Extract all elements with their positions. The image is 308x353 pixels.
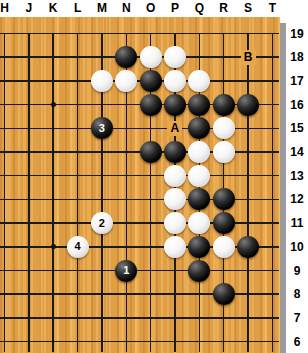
stone-white-P18[interactable] xyxy=(164,46,186,68)
point-label-A-P15: A xyxy=(167,121,182,136)
stone-white-Q11[interactable] xyxy=(188,212,210,234)
go-board[interactable]: 3241AB xyxy=(0,17,280,353)
row-label-16: 16 xyxy=(286,98,308,112)
row-label-15: 15 xyxy=(286,121,308,135)
row-label-7: 7 xyxy=(286,311,308,325)
column-label-P: P xyxy=(163,1,187,16)
point-label-B-S18: B xyxy=(241,50,256,65)
column-label-N: N xyxy=(114,1,138,16)
column-label-S: S xyxy=(236,1,260,16)
grid-line-row-9 xyxy=(0,270,279,272)
stone-black-O17[interactable] xyxy=(140,70,162,92)
grid-line-row-7 xyxy=(0,317,279,319)
row-label-8: 8 xyxy=(286,287,308,301)
stone-white-P11[interactable] xyxy=(164,212,186,234)
stone-black-R12[interactable] xyxy=(213,188,235,210)
stone-black-Q9[interactable] xyxy=(188,260,210,282)
grid-line-row-8 xyxy=(0,293,279,295)
grid-line-row-11 xyxy=(0,222,279,224)
stone-white-Q13[interactable] xyxy=(188,165,210,187)
stone-white-M17[interactable] xyxy=(91,70,113,92)
stone-white-O18[interactable] xyxy=(140,46,162,68)
stone-black-O14[interactable] xyxy=(140,141,162,163)
grid-line-row-19 xyxy=(0,33,279,35)
stone-black-Q10[interactable] xyxy=(188,236,210,258)
row-label-13: 13 xyxy=(286,169,308,183)
column-labels: HJKLMNOPQRST xyxy=(0,0,308,17)
column-label-J: J xyxy=(17,1,41,16)
grid-line-row-15 xyxy=(0,128,279,130)
column-label-O: O xyxy=(139,1,163,16)
stone-black-Q16[interactable] xyxy=(188,94,210,116)
stone-black-R8[interactable] xyxy=(213,283,235,305)
stone-white-Q17[interactable] xyxy=(188,70,210,92)
row-label-14: 14 xyxy=(286,145,308,159)
stone-black-Q12[interactable] xyxy=(188,188,210,210)
column-label-T: T xyxy=(260,1,284,16)
stone-black-S16[interactable] xyxy=(237,94,259,116)
row-label-17: 17 xyxy=(286,74,308,88)
stone-black-O16[interactable] xyxy=(140,94,162,116)
stone-black-N18[interactable] xyxy=(115,46,137,68)
stone-white-R10[interactable] xyxy=(213,236,235,258)
grid-line-row-13 xyxy=(0,175,279,177)
stone-white-P13[interactable] xyxy=(164,165,186,187)
row-labels: 191817161514131211109876 xyxy=(286,0,308,353)
stone-black-N9[interactable]: 1 xyxy=(115,260,137,282)
column-label-H: H xyxy=(0,1,17,16)
stone-white-P12[interactable] xyxy=(164,188,186,210)
row-label-18: 18 xyxy=(286,50,308,64)
column-label-K: K xyxy=(41,1,65,16)
stone-black-P16[interactable] xyxy=(164,94,186,116)
stone-white-R14[interactable] xyxy=(213,141,235,163)
stone-white-N17[interactable] xyxy=(115,70,137,92)
row-label-6: 6 xyxy=(286,335,308,349)
column-label-L: L xyxy=(66,1,90,16)
column-label-Q: Q xyxy=(187,1,211,16)
grid-line-row-6 xyxy=(0,341,279,343)
stone-white-R15[interactable] xyxy=(213,117,235,139)
row-label-10: 10 xyxy=(286,240,308,254)
row-label-11: 11 xyxy=(286,216,308,230)
column-label-M: M xyxy=(90,1,114,16)
stone-white-P10[interactable] xyxy=(164,236,186,258)
go-diagram: 3241AB HJKLMNOPQRST 19181716151413121110… xyxy=(0,0,308,353)
stone-black-R11[interactable] xyxy=(213,212,235,234)
star-point-K10 xyxy=(51,244,56,249)
grid-line-row-12 xyxy=(0,199,279,201)
stone-white-M11[interactable]: 2 xyxy=(91,212,113,234)
stone-black-M15[interactable]: 3 xyxy=(91,117,113,139)
stone-black-P14[interactable] xyxy=(164,141,186,163)
row-label-19: 19 xyxy=(286,27,308,41)
column-label-R: R xyxy=(212,1,236,16)
stone-black-S10[interactable] xyxy=(237,236,259,258)
row-label-9: 9 xyxy=(286,264,308,278)
stone-black-Q15[interactable] xyxy=(188,117,210,139)
stone-white-L10[interactable]: 4 xyxy=(67,236,89,258)
stone-white-Q14[interactable] xyxy=(188,141,210,163)
stone-white-P17[interactable] xyxy=(164,70,186,92)
star-point-K16 xyxy=(51,102,56,107)
stone-black-R16[interactable] xyxy=(213,94,235,116)
row-label-12: 12 xyxy=(286,192,308,206)
